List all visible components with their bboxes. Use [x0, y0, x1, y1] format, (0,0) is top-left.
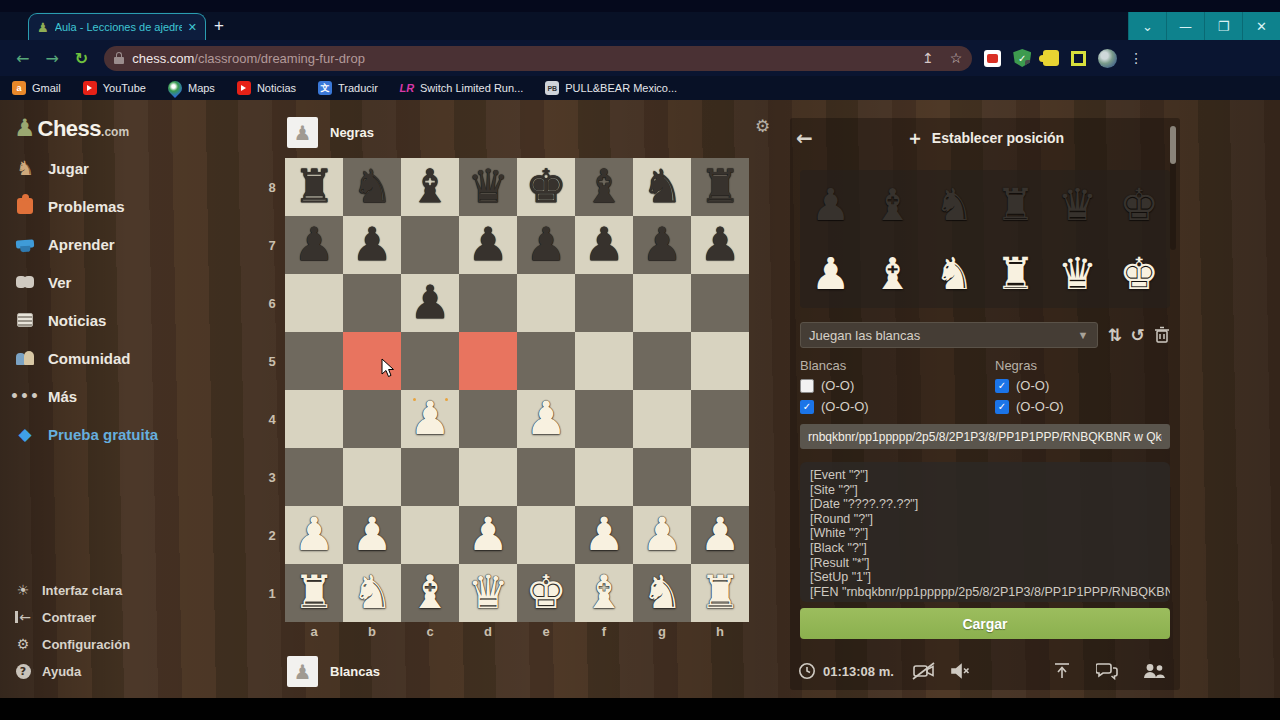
sidebar-item-prueba-gratuita[interactable]: ◆ Prueba gratuita [14, 419, 158, 449]
rank-labels: 87654321 [262, 158, 282, 622]
sidebar-item-contraer[interactable]: ← Contraer [14, 604, 96, 630]
square-c5[interactable] [401, 332, 459, 390]
file-label-g: g [633, 624, 691, 642]
rank-label-2: 2 [262, 506, 282, 564]
square-d7[interactable]: ♟ [459, 216, 517, 274]
file-label-d: d [459, 624, 517, 642]
black-pawn-b7: ♟ [343, 216, 401, 274]
limited-run-icon: LR [400, 81, 414, 95]
square-f3[interactable] [575, 448, 633, 506]
file-label-a: a [285, 624, 343, 642]
white-bishop-c1: ♝ [401, 564, 459, 622]
palette-white-rook[interactable]: ♜ [985, 239, 1047, 308]
knight-icon: ♞ [14, 156, 36, 180]
sidebar-item-ayuda[interactable]: ? Ayuda [14, 658, 81, 684]
file-label-f: f [575, 624, 633, 642]
trash-icon[interactable] [1154, 326, 1170, 344]
square-b7[interactable]: ♟ [343, 216, 401, 274]
translate-icon: 文 [318, 81, 332, 95]
piece-palette: ♟♝♞♜♛♚♟♝♞♜♛♚ [800, 170, 1170, 308]
black-player-avatar[interactable]: ♟ [287, 117, 318, 148]
participants-icon[interactable] [1142, 662, 1166, 680]
black-bishop-f8: ♝ [575, 158, 633, 216]
bottom-player-bar: ♟ Blancas [287, 656, 380, 687]
square-e2[interactable] [517, 506, 575, 564]
sidebar-item-noticias[interactable]: Noticias [14, 305, 106, 335]
square-d3[interactable] [459, 448, 517, 506]
square-f4[interactable] [575, 390, 633, 448]
square-f5[interactable] [575, 332, 633, 390]
white-kingside-castle-row[interactable]: ✓ (O-O) [800, 378, 854, 393]
file-label-c: c [401, 624, 459, 642]
palette-white-queen[interactable]: ♛ [1047, 239, 1109, 308]
castling-black-label: Negras [995, 358, 1037, 373]
profile-avatar-globe[interactable] [1098, 49, 1117, 68]
adblock-badge: 3 [1025, 60, 1036, 71]
adblock-shield-icon[interactable]: ✓3 [1013, 49, 1031, 67]
sidebar-item-configuracion[interactable]: ⚙ Configuración [14, 631, 130, 657]
setup-position-panel: ← ＋ Establecer posición ♟♝♞♜♛♚♟♝♞♜♛♚ Jue… [790, 118, 1180, 690]
extensions-puzzle-icon[interactable] [1043, 50, 1059, 66]
black-oo-checkbox[interactable]: ✓ [995, 379, 1009, 393]
square-c4[interactable]: ♟ [401, 390, 459, 448]
sparkle-dot [445, 398, 448, 401]
load-button[interactable]: Cargar [800, 608, 1170, 639]
maps-pin-icon [165, 78, 185, 98]
back-icon[interactable]: ← [16, 49, 29, 68]
black-pawn-d7: ♟ [459, 216, 517, 274]
bookmark-gmail[interactable]: aGmail [12, 81, 61, 95]
square-f7[interactable]: ♟ [575, 216, 633, 274]
reload-icon[interactable]: ↻ [75, 49, 88, 68]
sparkle-dot [413, 398, 416, 401]
clock-icon [798, 662, 816, 680]
bookmark-noticias[interactable]: Noticias [237, 81, 296, 95]
rank-label-6: 6 [262, 274, 282, 332]
file-label-e: e [517, 624, 575, 642]
white-rook-h1: ♜ [691, 564, 749, 622]
white-oo-checkbox[interactable]: ✓ [800, 379, 814, 393]
sidebar-item-problemas[interactable]: Problemas [14, 191, 125, 221]
square-e1[interactable]: ♚ [517, 564, 575, 622]
bottom-black-bar [0, 698, 1280, 720]
help-icon: ? [14, 664, 32, 679]
black-rook-a8: ♜ [285, 158, 343, 216]
logo-pawn-icon: ♟ [14, 114, 36, 142]
url-domain: chess.com [132, 51, 194, 66]
square-b4[interactable] [343, 390, 401, 448]
flip-board-icon[interactable]: ⇅ [1108, 325, 1122, 345]
extension-icon-yellow[interactable] [1071, 51, 1086, 66]
file-label-b: b [343, 624, 401, 642]
palette-white-king[interactable]: ♚ [1108, 239, 1170, 308]
square-h5[interactable] [691, 332, 749, 390]
white-king-e1: ♚ [517, 564, 575, 622]
square-g5[interactable] [633, 332, 691, 390]
mouse-cursor [381, 358, 397, 378]
window-controls: ⌄ — ❐ ✕ [1128, 0, 1280, 40]
white-queen-d1: ♛ [459, 564, 517, 622]
sidebar-item-ver[interactable]: Ver [14, 267, 71, 297]
square-a4[interactable] [285, 390, 343, 448]
white-ooo-checkbox[interactable]: ✓ [800, 400, 814, 414]
camera-off-icon[interactable] [912, 662, 936, 680]
new-tab-button[interactable]: + [214, 16, 224, 36]
square-h7[interactable]: ♟ [691, 216, 749, 274]
white-knight-g1: ♞ [633, 564, 691, 622]
square-e6[interactable] [517, 274, 575, 332]
square-c6[interactable]: ♟ [401, 274, 459, 332]
square-b1[interactable]: ♞ [343, 564, 401, 622]
classroom-toolbar: 01:13:08 m. [790, 652, 1180, 690]
square-h1[interactable]: ♜ [691, 564, 749, 622]
more-dots-icon: ••• [14, 388, 36, 404]
forward-icon[interactable]: → [45, 49, 58, 68]
white-queenside-castle-row[interactable]: ✓ (O-O-O) [800, 399, 869, 414]
sidebar-item-aprender[interactable]: Aprender [14, 229, 115, 259]
palette-black-bishop[interactable]: ♝ [862, 170, 924, 239]
white-pawn-f2: ♟ [575, 506, 633, 564]
pull-bear-icon: PB [545, 81, 559, 95]
black-kingside-castle-row[interactable]: ✓ (O-O) [995, 378, 1049, 393]
square-g1[interactable]: ♞ [633, 564, 691, 622]
bookmark-star-icon[interactable]: ☆ [950, 50, 963, 66]
square-d6[interactable] [459, 274, 517, 332]
white-pawn-a2: ♟ [285, 506, 343, 564]
square-e4[interactable]: ♟ [517, 390, 575, 448]
session-clock: 01:13:08 m. [823, 664, 894, 679]
window-minimize-button[interactable]: — [1166, 12, 1204, 40]
square-d2[interactable]: ♟ [459, 506, 517, 564]
sidebar-item-comunidad[interactable]: Comunidad [14, 343, 131, 373]
rank-label-5: 5 [262, 332, 282, 390]
square-e7[interactable]: ♟ [517, 216, 575, 274]
black-knight-b8: ♞ [343, 158, 401, 216]
square-g7[interactable]: ♟ [633, 216, 691, 274]
square-h6[interactable] [691, 274, 749, 332]
square-b6[interactable] [343, 274, 401, 332]
browser-menu-icon[interactable]: ⋮ [1129, 50, 1143, 66]
square-a2[interactable]: ♟ [285, 506, 343, 564]
square-h2[interactable]: ♟ [691, 506, 749, 564]
square-b3[interactable] [343, 448, 401, 506]
square-a7[interactable]: ♟ [285, 216, 343, 274]
window-close-button[interactable]: ✕ [1242, 12, 1280, 40]
puzzle-icon [14, 198, 36, 214]
tab-title: Aula - Lecciones de ajedrez para [55, 21, 182, 33]
rank-label-1: 1 [262, 564, 282, 622]
square-g6[interactable] [633, 274, 691, 332]
square-e8[interactable]: ♚ [517, 158, 575, 216]
news-play-icon [237, 81, 251, 95]
gmail-icon: a [12, 81, 26, 95]
chess-board: ♜♞♝♛♚♝♞♜♟♟♟♟♟♟♟♟♟♟♟♟♟♟♟♟♜♞♝♛♚♝♞♜ [285, 158, 749, 622]
square-f8[interactable]: ♝ [575, 158, 633, 216]
board-settings-gear-icon[interactable]: ⚙ [755, 116, 770, 136]
square-d1[interactable]: ♛ [459, 564, 517, 622]
bookmark-switch-limited-run[interactable]: LRSwitch Limited Run... [400, 81, 523, 95]
black-pawn-f7: ♟ [575, 216, 633, 274]
white-pawn-c4: ♟ [401, 390, 459, 448]
square-f1[interactable]: ♝ [575, 564, 633, 622]
square-d4[interactable] [459, 390, 517, 448]
mute-icon[interactable] [950, 662, 970, 680]
black-pawn-c6: ♟ [401, 274, 459, 332]
black-player-name: Negras [330, 125, 374, 140]
square-b8[interactable]: ♞ [343, 158, 401, 216]
url-bar[interactable]: chess.com/classroom/dreaming-fur-drop ↥ … [104, 46, 972, 71]
chesscom-logo[interactable]: ♟ Chess .com [14, 114, 129, 142]
square-c7[interactable] [401, 216, 459, 274]
extension-icon-red[interactable] [984, 50, 1001, 67]
palette-black-king[interactable]: ♚ [1108, 170, 1170, 239]
panel-title: Establecer posición [932, 130, 1064, 146]
square-a3[interactable] [285, 448, 343, 506]
square-c3[interactable] [401, 448, 459, 506]
binoculars-icon [14, 276, 36, 288]
castling-white-label: Blancas [800, 358, 846, 373]
black-knight-g8: ♞ [633, 158, 691, 216]
palette-black-pawn[interactable]: ♟ [800, 170, 862, 239]
square-c1[interactable]: ♝ [401, 564, 459, 622]
square-d8[interactable]: ♛ [459, 158, 517, 216]
square-c2[interactable] [401, 506, 459, 564]
tab-close-icon[interactable]: ✕ [188, 21, 197, 34]
share-icon[interactable]: ↥ [922, 50, 934, 66]
gear-icon: ⚙ [14, 636, 32, 652]
youtube-icon [83, 81, 97, 95]
palette-black-queen[interactable]: ♛ [1047, 170, 1109, 239]
square-f2[interactable]: ♟ [575, 506, 633, 564]
black-ooo-checkbox[interactable]: ✓ [995, 400, 1009, 414]
square-e3[interactable] [517, 448, 575, 506]
square-g3[interactable] [633, 448, 691, 506]
browser-tab[interactable]: ♟ Aula - Lecciones de ajedrez para ✕ [28, 13, 206, 40]
palette-black-rook[interactable]: ♜ [985, 170, 1047, 239]
white-knight-b1: ♞ [343, 564, 401, 622]
square-g8[interactable]: ♞ [633, 158, 691, 216]
white-pawn-b2: ♟ [343, 506, 401, 564]
black-queen-d8: ♛ [459, 158, 517, 216]
reset-icon[interactable]: ↺ [1131, 325, 1145, 345]
rank-label-3: 3 [262, 448, 282, 506]
share-screen-icon[interactable] [1052, 662, 1072, 680]
file-labels: abcdefgh [285, 624, 749, 642]
rank-label-8: 8 [262, 158, 282, 216]
palette-white-knight[interactable]: ♞ [923, 239, 985, 308]
sidebar-item-mas[interactable]: ••• Más [14, 381, 77, 411]
square-g4[interactable] [633, 390, 691, 448]
square-d5[interactable] [459, 332, 517, 390]
rank-label-7: 7 [262, 216, 282, 274]
padlock-icon [114, 52, 124, 64]
black-bishop-c8: ♝ [401, 158, 459, 216]
sidebar-item-jugar[interactable]: ♞ Jugar [14, 153, 89, 183]
url-path: /classroom/dreaming-fur-drop [194, 51, 365, 66]
browser-nav-bar: ← → ↻ chess.com/classroom/dreaming-fur-d… [0, 40, 1280, 76]
square-a8[interactable]: ♜ [285, 158, 343, 216]
sidebar-item-interfaz-clara[interactable]: ☀ Interfaz clara [14, 577, 122, 603]
square-f6[interactable] [575, 274, 633, 332]
rank-label-4: 4 [262, 390, 282, 448]
diamond-icon: ◆ [14, 424, 36, 444]
black-king-e8: ♚ [517, 158, 575, 216]
black-rook-h8: ♜ [691, 158, 749, 216]
pgn-textarea[interactable]: [Event "?"] [Site "?"] [Date "????.??.??… [800, 462, 1170, 602]
bookmark-traducir[interactable]: 文Traducir [318, 81, 378, 95]
palette-white-pawn[interactable]: ♟ [800, 239, 862, 308]
window-top-strip [0, 0, 1280, 12]
pgn-scrollbar-thumb[interactable] [1170, 126, 1176, 164]
white-pawn-d2: ♟ [459, 506, 517, 564]
white-player-avatar[interactable]: ♟ [287, 656, 318, 687]
white-pawn-g2: ♟ [633, 506, 691, 564]
panel-header: ← ＋ Establecer posición [790, 126, 1180, 150]
back-arrow-icon[interactable]: ← [796, 126, 813, 150]
turn-row: Juegan las blancas ▼ ⇅ ↺ [800, 322, 1170, 348]
palette-white-bishop[interactable]: ♝ [862, 239, 924, 308]
square-a6[interactable] [285, 274, 343, 332]
square-c8[interactable]: ♝ [401, 158, 459, 216]
chat-icon[interactable] [1096, 662, 1118, 680]
black-queenside-castle-row[interactable]: ✓ (O-O-O) [995, 399, 1064, 414]
white-pawn-e4: ♟ [517, 390, 575, 448]
turn-select-dropdown[interactable]: Juegan las blancas ▼ [800, 322, 1098, 348]
white-bishop-f1: ♝ [575, 564, 633, 622]
square-h4[interactable] [691, 390, 749, 448]
square-h8[interactable]: ♜ [691, 158, 749, 216]
chevron-down-icon: ▼ [1078, 329, 1089, 341]
square-a5[interactable] [285, 332, 343, 390]
white-rook-a1: ♜ [285, 564, 343, 622]
chess-pawn-favicon: ♟ [37, 20, 49, 35]
plus-icon: ＋ [906, 126, 924, 150]
black-pawn-h7: ♟ [691, 216, 749, 274]
collapse-icon: ← [14, 609, 32, 625]
palette-black-knight[interactable]: ♞ [923, 170, 985, 239]
window-maximize-button[interactable]: ❐ [1204, 12, 1242, 40]
bookmark-youtube[interactable]: YouTube [83, 81, 146, 95]
bookmark-pull-and-bear[interactable]: PBPULL&BEAR Mexico... [545, 81, 677, 95]
square-a1[interactable]: ♜ [285, 564, 343, 622]
white-pawn-h2: ♟ [691, 506, 749, 564]
white-player-name: Blancas [330, 664, 380, 679]
square-b2[interactable]: ♟ [343, 506, 401, 564]
extensions-row: ✓3 ⋮ [984, 49, 1143, 68]
black-pawn-e7: ♟ [517, 216, 575, 274]
top-player-bar: ♟ Negras [287, 117, 374, 148]
square-g2[interactable]: ♟ [633, 506, 691, 564]
graduation-cap-icon [14, 240, 36, 248]
bookmark-maps[interactable]: Maps [168, 81, 215, 95]
window-chevron-button[interactable]: ⌄ [1128, 12, 1166, 40]
square-h3[interactable] [691, 448, 749, 506]
bookmarks-bar: aGmail YouTube Maps Noticias 文Traducir L… [0, 76, 1280, 100]
square-e5[interactable] [517, 332, 575, 390]
black-pawn-a7: ♟ [285, 216, 343, 274]
sun-icon: ☀ [14, 582, 32, 598]
fen-input[interactable] [800, 424, 1170, 449]
black-pawn-g7: ♟ [633, 216, 691, 274]
community-people-icon [14, 351, 36, 365]
file-label-h: h [691, 624, 749, 642]
newspaper-icon [14, 313, 36, 327]
